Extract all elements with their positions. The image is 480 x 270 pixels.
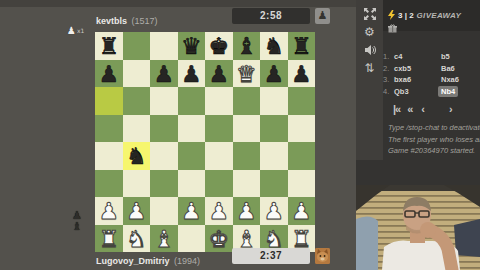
white-pawn-h2[interactable]: ♟ [288, 197, 316, 225]
move-row-1: 1.c4b5 [383, 51, 480, 63]
move-row-4: 4.Qb3Nb4 [383, 86, 480, 98]
gift-icon [388, 19, 397, 37]
square-a5[interactable] [95, 115, 123, 143]
player-bottom-avatar cat-avatar-icon [315, 248, 330, 264]
square-a7[interactable]: ♟ [95, 60, 123, 88]
move-number: 2. [383, 64, 394, 73]
square-e6[interactable] [205, 87, 233, 115]
square-f7[interactable]: ♛ [233, 60, 261, 88]
square-a1[interactable]: ♜ [95, 225, 123, 253]
chat-message-2: The first player who loses all th [388, 134, 480, 146]
white-pawn-d2[interactable]: ♟ [178, 197, 206, 225]
black-knight-g8[interactable]: ♞ [260, 32, 288, 60]
black-pawn-d7[interactable]: ♟ [178, 60, 206, 88]
move-number: 1. [383, 52, 394, 61]
square-e4[interactable] [205, 142, 233, 170]
square-f4[interactable] [233, 142, 261, 170]
back-fast-button[interactable]: « [407, 100, 413, 118]
player-bottom-rating: (1994) [174, 256, 200, 266]
white-rook-a1[interactable]: ♜ [95, 225, 123, 253]
time-control-label: 3 | 2 [398, 11, 414, 20]
black-knight-b4[interactable]: ♞ [123, 142, 151, 170]
square-f2[interactable]: ♟ [233, 197, 261, 225]
black-king-e8[interactable]: ♚ [205, 32, 233, 60]
white-pawn-b2[interactable]: ♟ [123, 197, 151, 225]
square-f8[interactable]: ♝ [233, 32, 261, 60]
square-c7[interactable]: ♟ [150, 60, 178, 88]
webcam-feed [356, 185, 480, 270]
square-f6[interactable] [233, 87, 261, 115]
square-a2[interactable]: ♟ [95, 197, 123, 225]
square-c1[interactable]: ♝ [150, 225, 178, 253]
square-b6[interactable] [123, 87, 151, 115]
chat-messages: Type /stop-chat to deactivate cThe first… [388, 122, 480, 157]
move-white-Qb3[interactable]: Qb3 [394, 87, 438, 96]
white-bishop-c1[interactable]: ♝ [150, 225, 178, 253]
square-h4[interactable] [288, 142, 316, 170]
move-row-2: 2.cxb5Ba6 [383, 63, 480, 75]
event-header: 3 | 2 GIVEAWAY [383, 0, 480, 31]
player-top-rating: (1517) [131, 16, 157, 26]
square-b4[interactable]: ♞ [123, 142, 151, 170]
move-number: 3. [383, 75, 394, 84]
back-button[interactable]: ‹ [421, 100, 425, 118]
square-e8[interactable]: ♚ [205, 32, 233, 60]
clock-bottom: 2:37 [232, 248, 310, 264]
stream-screen: ⚙ ⇅ 3 | 2 GIVEAWAY 1.c4b52.cxb5Ba63.bxa6… [0, 0, 480, 270]
square-e7[interactable]: ♟ [205, 60, 233, 88]
event-name-label: GIVEAWAY [417, 11, 461, 20]
square-e3[interactable] [205, 170, 233, 198]
square-c4[interactable] [150, 142, 178, 170]
chat-message-3: Game #20364970 started. [388, 145, 480, 157]
square-g7[interactable]: ♟ [260, 60, 288, 88]
black-bishop-f8[interactable]: ♝ [233, 32, 261, 60]
black-pawn-c7[interactable]: ♟ [150, 60, 178, 88]
square-h6[interactable] [288, 87, 316, 115]
player-top: kevtbls (1517) [96, 10, 158, 28]
square-c3[interactable] [150, 170, 178, 198]
board-tools-column: ⚙ ⇅ [356, 0, 383, 160]
move-white-c4[interactable]: c4 [394, 52, 438, 61]
move-black-Nxa6[interactable]: Nxa6 [438, 74, 462, 85]
square-a4[interactable] [95, 142, 123, 170]
black-rook-a8[interactable]: ♜ [95, 32, 123, 60]
square-e5[interactable] [205, 115, 233, 143]
player-bottom: Lugovoy_Dmitriy (1994) [96, 250, 200, 268]
square-a6[interactable] [95, 87, 123, 115]
move-black-b5[interactable]: b5 [438, 51, 453, 62]
white-king-e1[interactable]: ♚ [205, 225, 233, 253]
square-d2[interactable]: ♟ [178, 197, 206, 225]
black-rook-h8[interactable]: ♜ [288, 32, 316, 60]
fullscreen-icon[interactable] [363, 8, 376, 21]
square-d6[interactable] [178, 87, 206, 115]
square-b2[interactable]: ♟ [123, 197, 151, 225]
jump-start-button[interactable]: |« [393, 100, 400, 118]
square-h3[interactable] [288, 170, 316, 198]
square-d5[interactable] [178, 115, 206, 143]
move-white-cxb5[interactable]: cxb5 [394, 64, 438, 73]
square-b1[interactable]: ♞ [123, 225, 151, 253]
top-edge-strip [0, 0, 356, 7]
black-pawn-h7[interactable]: ♟ [288, 60, 316, 88]
square-f5[interactable] [233, 115, 261, 143]
square-g4[interactable] [260, 142, 288, 170]
move-navigation: |««‹› [383, 100, 480, 118]
square-f3[interactable] [233, 170, 261, 198]
square-d1[interactable] [178, 225, 206, 253]
square-g8[interactable]: ♞ [260, 32, 288, 60]
clock-top: 2:58 [232, 8, 310, 24]
square-h7[interactable]: ♟ [288, 60, 316, 88]
square-h2[interactable]: ♟ [288, 197, 316, 225]
forward-button[interactable]: › [449, 100, 453, 118]
square-c2[interactable] [150, 197, 178, 225]
chat-message-1: Type /stop-chat to deactivate c [388, 122, 480, 134]
captured-by-black-tray: ♟x1 [67, 26, 84, 36]
black-queen-d8[interactable]: ♛ [178, 32, 206, 60]
square-b3[interactable] [123, 170, 151, 198]
white-pawn-icon: ♟ [67, 26, 76, 36]
square-h8[interactable]: ♜ [288, 32, 316, 60]
black-bishop-icon: ♝ [72, 221, 82, 232]
move-white-bxa6[interactable]: bxa6 [394, 75, 438, 84]
white-pawn-a2[interactable]: ♟ [95, 197, 123, 225]
hand [420, 222, 436, 238]
settings-gear-icon[interactable]: ⚙ [363, 26, 376, 39]
square-d8[interactable]: ♛ [178, 32, 206, 60]
move-black-Nb4[interactable]: Nb4 [438, 86, 458, 97]
square-d7[interactable]: ♟ [178, 60, 206, 88]
move-number: 4. [383, 87, 394, 96]
square-b7[interactable] [123, 60, 151, 88]
white-knight-b1[interactable]: ♞ [123, 225, 151, 253]
square-b5[interactable] [123, 115, 151, 143]
square-d4[interactable] [178, 142, 206, 170]
square-g2[interactable]: ♟ [260, 197, 288, 225]
captured-count: x1 [77, 28, 84, 34]
player-top-name: kevtbls [96, 16, 127, 26]
chess-board: ♜♛♚♝♞♜♟♟♟♟♛♟♟♞♟♟♟♟♟♟♟♜♞♝♚♝♞♜ [95, 32, 315, 252]
move-black-Ba6[interactable]: Ba6 [438, 63, 458, 74]
captured-by-white-tray: ♟♝ [72, 210, 82, 232]
chair [356, 216, 378, 270]
white-pawn-e2[interactable]: ♟ [205, 197, 233, 225]
square-a3[interactable] [95, 170, 123, 198]
square-g5[interactable] [260, 115, 288, 143]
square-c6[interactable] [150, 87, 178, 115]
square-h5[interactable] [288, 115, 316, 143]
square-a8[interactable]: ♜ [95, 32, 123, 60]
white-queen-f7[interactable]: ♛ [233, 60, 261, 88]
black-pawn-g7[interactable]: ♟ [260, 60, 288, 88]
white-pawn-g2[interactable]: ♟ [260, 197, 288, 225]
move-row-3: 3.bxa6Nxa6 [383, 74, 480, 86]
player-top-avatar: ♟ [315, 8, 330, 24]
white-pawn-f2[interactable]: ♟ [233, 197, 261, 225]
square-g6[interactable] [260, 87, 288, 115]
player-bottom-name: Lugovoy_Dmitriy [96, 256, 170, 266]
square-c5[interactable] [150, 115, 178, 143]
move-list: 1.c4b52.cxb5Ba63.bxa6Nxa64.Qb3Nb4 [383, 51, 480, 97]
square-b8[interactable] [123, 32, 151, 60]
black-pawn-e7[interactable]: ♟ [205, 60, 233, 88]
black-pawn-a7[interactable]: ♟ [95, 60, 123, 88]
square-g3[interactable] [260, 170, 288, 198]
square-e2[interactable]: ♟ [205, 197, 233, 225]
flip-board-icon[interactable]: ⇅ [363, 62, 376, 75]
square-d3[interactable] [178, 170, 206, 198]
square-c8[interactable] [150, 32, 178, 60]
square-e1[interactable]: ♚ [205, 225, 233, 253]
volume-icon[interactable] [363, 44, 376, 57]
